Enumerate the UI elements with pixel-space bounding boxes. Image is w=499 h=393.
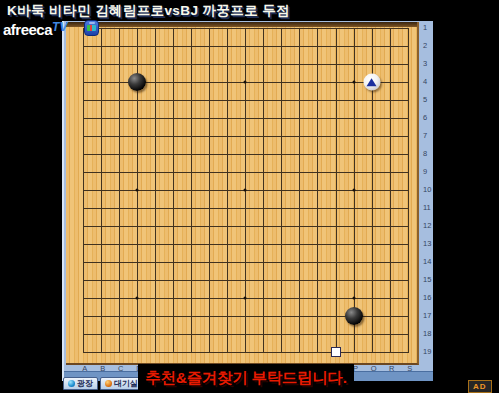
go-board[interactable] (66, 22, 419, 365)
grid-line-vertical (299, 28, 300, 353)
row-label-14: 14 (423, 258, 437, 266)
notice-banner-text: 추천&즐겨찾기 부탁드립니다. (145, 368, 346, 389)
last-move-triangle-marker (367, 78, 377, 86)
star-point (352, 188, 355, 191)
star-point (135, 296, 138, 299)
tv-logo-text: TV (52, 20, 67, 34)
row-label-19: 19 (423, 348, 437, 356)
row-label-5: 5 (423, 96, 437, 104)
star-point (352, 296, 355, 299)
row-label-9: 9 (423, 168, 437, 176)
board-top-shadow (66, 22, 417, 27)
grid-line-vertical (390, 28, 391, 353)
notice-banner: 추천&즐겨찾기 부탁드립니다. (138, 364, 354, 393)
row-label-13: 13 (423, 240, 437, 248)
grid-line-horizontal (83, 208, 409, 209)
grid-line-horizontal (83, 226, 409, 227)
row-label-4: 4 (423, 78, 437, 86)
grid-line-horizontal (83, 280, 409, 281)
tab-plaza-label: 광장 (77, 378, 93, 389)
grid-line-vertical (281, 28, 282, 353)
row-label-6: 6 (423, 114, 437, 122)
stream-title-bar: K바둑 비타민 김혜림프로vsBJ 까꿍프로 두점 (0, 0, 499, 21)
afreeca-logo-text: afreeca (3, 21, 52, 38)
row-label-15: 15 (423, 276, 437, 284)
tab-plaza[interactable]: 광장 (63, 377, 98, 390)
grid-line-vertical (336, 28, 337, 353)
row-label-18: 18 (423, 330, 437, 338)
star-point (244, 296, 247, 299)
room-icon (105, 380, 112, 387)
star-point (244, 188, 247, 191)
go-board-grid[interactable] (83, 28, 409, 353)
row-label-1: 1 (423, 24, 437, 32)
row-label-8: 8 (423, 150, 437, 158)
grid-line-horizontal (83, 334, 409, 335)
row-label-12: 12 (423, 222, 437, 230)
tab-waiting-room[interactable]: 대기실 (100, 377, 143, 390)
grid-line-vertical (408, 28, 409, 353)
grid-line-vertical (263, 28, 264, 353)
row-label-17: 17 (423, 312, 437, 320)
star-point (244, 80, 247, 83)
chat-globe-icon (68, 380, 75, 387)
star-point (352, 80, 355, 83)
square-marker-O19 (331, 347, 341, 357)
grid-line-horizontal (83, 244, 409, 245)
stone-black-P17 (345, 307, 363, 325)
broadcast-screen: 12345678910111213141516171819 ABCDEFGHIJ… (0, 0, 499, 393)
app-icon-screen (87, 25, 96, 31)
bottom-tab-bar: 광장 대기실 (63, 377, 143, 390)
stone-black-D4 (128, 73, 146, 91)
grid-line-vertical (317, 28, 318, 353)
row-label-16: 16 (423, 294, 437, 302)
row-label-11: 11 (423, 204, 437, 212)
afreecatv-logo: afreecaTV (3, 21, 67, 39)
row-label-7: 7 (423, 132, 437, 140)
row-label-2: 2 (423, 42, 437, 50)
stone-white-Q4 (363, 73, 380, 90)
star-point (135, 188, 138, 191)
baduk-client-window: 12345678910111213141516171819 ABCDEFGHIJ… (62, 20, 433, 381)
app-icon-antenna (89, 22, 95, 24)
grid-line-horizontal (83, 262, 409, 263)
stream-title: K바둑 비타민 김혜림프로vsBJ 까꿍프로 두점 (7, 2, 290, 20)
tab-waiting-room-label: 대기실 (114, 378, 138, 389)
afreecatv-app-icon (84, 20, 99, 36)
row-label-3: 3 (423, 60, 437, 68)
grid-line-horizontal (83, 352, 409, 353)
ad-badge[interactable]: AD (468, 380, 492, 393)
row-label-10: 10 (423, 186, 437, 194)
